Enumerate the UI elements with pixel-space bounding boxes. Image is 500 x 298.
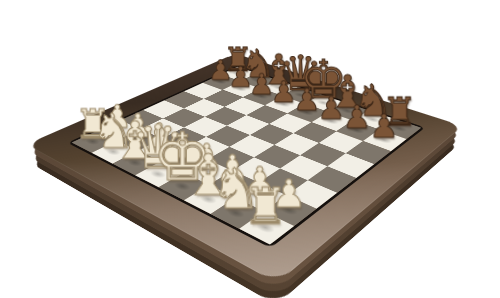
piece-brown-knight-g8: ♞ — [353, 78, 393, 122]
chess-set-product-photo: ♜♞♝♛♚♝♞♜♟♟♟♟♟♟♟♟♟♟♟♟♟♟♟♟♜♞♝♛♚♝♞♜ — [0, 0, 500, 298]
square-h2: ♟ — [264, 195, 317, 226]
piece-white-rook-a1: ♜ — [74, 103, 111, 144]
piece-brown-rook-a8: ♜ — [223, 43, 253, 76]
chess-board: ♜♞♝♛♚♝♞♜♟♟♟♟♟♟♟♟♟♟♟♟♟♟♟♟♜♞♝♛♚♝♞♜ — [26, 54, 463, 284]
piece-white-pawn-a2: ♟ — [103, 101, 131, 133]
board-frame: ♜♞♝♛♚♝♞♜♟♟♟♟♟♟♟♟♟♟♟♟♟♟♟♟♜♞♝♛♚♝♞♜ — [26, 54, 463, 284]
piece-brown-rook-h8: ♜ — [381, 92, 416, 131]
